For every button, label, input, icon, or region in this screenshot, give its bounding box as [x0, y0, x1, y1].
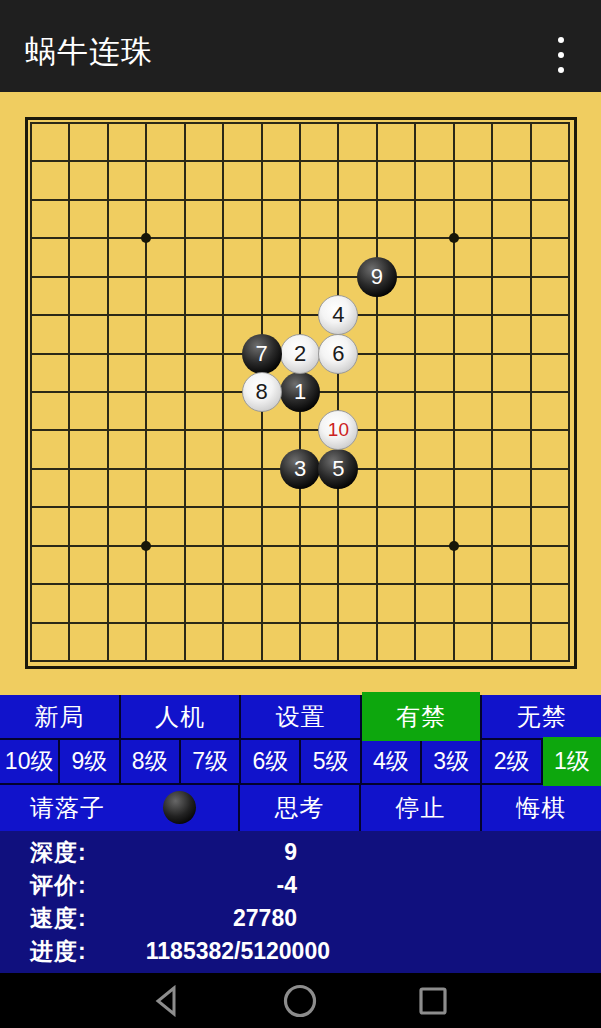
- recents-icon[interactable]: [418, 986, 448, 1016]
- grid-line: [30, 429, 570, 431]
- grid-line: [30, 583, 570, 585]
- level-6-button[interactable]: 6级: [241, 740, 299, 783]
- app-title: 蜗牛连珠: [25, 31, 153, 73]
- grid-line: [376, 122, 378, 662]
- turn-label: 请落子: [30, 792, 105, 824]
- move-number: 4: [332, 302, 344, 328]
- stone-black-9: 9: [357, 257, 397, 297]
- stone-black-7: 7: [242, 334, 282, 374]
- status-label: 速度:: [30, 903, 120, 934]
- grid-line: [30, 660, 570, 662]
- undo-button[interactable]: 悔棋: [482, 785, 601, 831]
- human-vs-ai-button[interactable]: 人机: [121, 695, 240, 738]
- settings-button[interactable]: 设置: [241, 695, 360, 738]
- status-label: 深度:: [30, 837, 120, 868]
- board-grid[interactable]: 12345678910: [31, 123, 569, 661]
- controls-section: 新局人机设置有禁无禁 10级9级8级7级6级5级4级3级2级1级 请落子 思考停…: [0, 695, 601, 831]
- level-1-button[interactable]: 1级: [543, 737, 601, 786]
- move-number: 3: [294, 456, 306, 482]
- grid-line: [30, 622, 570, 624]
- level-button-row: 10级9级8级7级6级5级4级3级2级1级: [0, 740, 601, 783]
- level-2-button[interactable]: 2级: [482, 740, 540, 783]
- turn-stone-icon: [163, 791, 196, 824]
- grid-line: [530, 122, 532, 662]
- new-game-button[interactable]: 新局: [0, 695, 119, 738]
- level-3-button[interactable]: 3级: [422, 740, 480, 783]
- stone-black-3: 3: [280, 449, 320, 489]
- level-8-button[interactable]: 8级: [121, 740, 179, 783]
- action-button-row: 请落子 思考停止悔棋: [0, 785, 601, 831]
- home-icon[interactable]: [282, 983, 318, 1019]
- status-value: -4: [120, 872, 297, 899]
- status-label: 进度:: [30, 936, 120, 967]
- status-row: 深度:9: [0, 837, 601, 868]
- status-row: 速度:27780: [0, 903, 601, 934]
- move-number: 8: [255, 379, 267, 405]
- star-point: [141, 541, 151, 551]
- status-value: 9: [120, 839, 297, 866]
- think-button[interactable]: 思考: [240, 785, 359, 831]
- status-row: 评价:-4: [0, 870, 601, 901]
- status-label: 评价:: [30, 870, 120, 901]
- star-point: [449, 233, 459, 243]
- android-nav-bar: [0, 973, 601, 1028]
- grid-line: [414, 122, 416, 662]
- stone-white-2: 2: [280, 334, 320, 374]
- engine-status-panel: 深度:9评价:-4速度:27780进度:1185382/5120000: [0, 831, 601, 973]
- stone-white-8: 8: [242, 372, 282, 412]
- grid-line: [491, 122, 493, 662]
- stone-white-4: 4: [318, 295, 358, 335]
- grid-line: [568, 122, 570, 662]
- level-10-button[interactable]: 10级: [0, 740, 58, 783]
- move-number: 1: [294, 379, 306, 405]
- star-point: [449, 541, 459, 551]
- level-9-button[interactable]: 9级: [60, 740, 118, 783]
- turn-status-cell: 请落子: [0, 785, 238, 831]
- grid-line: [453, 122, 455, 662]
- move-number: 6: [332, 341, 344, 367]
- forbidden-on-button[interactable]: 有禁: [362, 692, 481, 741]
- status-row: 进度:1185382/5120000: [0, 936, 601, 967]
- move-number: 9: [371, 264, 383, 290]
- star-point: [141, 233, 151, 243]
- level-5-button[interactable]: 5级: [301, 740, 359, 783]
- move-number: 10: [328, 419, 349, 441]
- status-value: 1185382/5120000: [120, 938, 330, 965]
- status-value: 27780: [120, 905, 297, 932]
- level-4-button[interactable]: 4级: [362, 740, 420, 783]
- board-section: 12345678910: [0, 92, 601, 695]
- main-button-row: 新局人机设置有禁无禁: [0, 695, 601, 738]
- move-number: 2: [294, 341, 306, 367]
- stone-white-10: 10: [318, 410, 358, 450]
- stop-button[interactable]: 停止: [361, 785, 480, 831]
- app-bar: 蜗牛连珠: [0, 0, 601, 92]
- board-frame: 12345678910: [25, 117, 577, 669]
- stone-white-6: 6: [318, 334, 358, 374]
- grid-line: [30, 506, 570, 508]
- move-number: 7: [255, 341, 267, 367]
- forbidden-off-button[interactable]: 无禁: [482, 695, 601, 738]
- kebab-menu-icon[interactable]: [558, 37, 564, 73]
- level-7-button[interactable]: 7级: [181, 740, 239, 783]
- move-number: 5: [332, 456, 344, 482]
- grid-line: [337, 122, 339, 662]
- back-icon[interactable]: [152, 985, 184, 1017]
- grid-line: [30, 545, 570, 547]
- stone-black-1: 1: [280, 372, 320, 412]
- stone-black-5: 5: [318, 449, 358, 489]
